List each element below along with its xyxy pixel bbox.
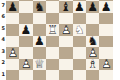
- black-piece-p-f7: ♟: [73, 1, 86, 12]
- rank-label-3: 3: [0, 49, 5, 54]
- square-a2[interactable]: [6, 59, 19, 70]
- square-b2[interactable]: ♟♙: [19, 59, 32, 70]
- black-piece-n-c7: ♞: [33, 1, 46, 12]
- chess-board: ♟♞♝♟♟♟♟♜♖♟♙♞♘♟♞♟♙♟♙♟♙♛♕♝♗♟♙: [6, 0, 113, 80]
- square-d3[interactable]: [46, 47, 59, 58]
- rank-label-2: 2: [0, 60, 5, 65]
- square-c5[interactable]: [33, 24, 46, 35]
- square-f7[interactable]: ♟: [73, 1, 86, 12]
- square-h5[interactable]: [99, 24, 112, 35]
- white-piece-R-d5: ♜♖: [46, 24, 59, 35]
- square-c1[interactable]: [33, 70, 46, 80]
- square-b5[interactable]: ♟: [19, 24, 32, 35]
- square-a1[interactable]: [6, 70, 19, 80]
- square-f4[interactable]: [73, 36, 86, 47]
- black-piece-b-e7: ♝: [59, 1, 72, 12]
- square-g5[interactable]: [86, 24, 99, 35]
- square-a3[interactable]: ♟♙: [6, 47, 19, 58]
- square-h3[interactable]: [99, 47, 112, 58]
- square-d5[interactable]: ♜♖: [46, 24, 59, 35]
- square-d6[interactable]: [46, 13, 59, 24]
- square-g2[interactable]: ♝♗: [86, 59, 99, 70]
- square-b7[interactable]: [19, 1, 32, 12]
- rank-label-6: 6: [0, 14, 5, 19]
- rank-label-7: 7: [0, 3, 5, 8]
- square-f1[interactable]: [73, 70, 86, 80]
- square-c6[interactable]: [33, 13, 46, 24]
- square-e6[interactable]: [59, 13, 72, 24]
- chess-diagram: 7654321 ♟♞♝♟♟♟♟♜♖♟♙♞♘♟♞♟♙♟♙♟♙♛♕♝♗♟♙: [0, 0, 120, 80]
- square-f2[interactable]: [73, 59, 86, 70]
- black-piece-p-c4: ♟: [33, 36, 46, 47]
- square-b4[interactable]: [19, 36, 32, 47]
- square-e1[interactable]: [59, 70, 72, 80]
- square-h1[interactable]: [99, 70, 112, 80]
- square-g1[interactable]: [86, 70, 99, 80]
- square-e2[interactable]: [59, 59, 72, 70]
- square-d7[interactable]: [46, 1, 59, 12]
- rank-label-4: 4: [0, 37, 5, 42]
- white-piece-B-g2: ♝♗: [86, 59, 99, 70]
- square-g7[interactable]: ♟: [86, 1, 99, 12]
- white-piece-N-f5: ♞♘: [73, 24, 86, 35]
- white-piece-P-b2: ♟♙: [19, 59, 32, 70]
- square-d1[interactable]: [46, 70, 59, 80]
- square-c2[interactable]: ♛♕: [33, 59, 46, 70]
- square-f5[interactable]: ♞♘: [73, 24, 86, 35]
- square-b6[interactable]: [19, 13, 32, 24]
- black-piece-n-g4: ♞: [86, 36, 99, 47]
- square-f6[interactable]: [73, 13, 86, 24]
- square-a6[interactable]: [6, 13, 19, 24]
- square-e3[interactable]: [59, 47, 72, 58]
- square-c4[interactable]: ♟: [33, 36, 46, 47]
- square-g6[interactable]: [86, 13, 99, 24]
- square-h4[interactable]: [99, 36, 112, 47]
- black-piece-p-b5: ♟: [19, 24, 32, 35]
- square-g4[interactable]: ♞: [86, 36, 99, 47]
- white-piece-Q-c2: ♛♕: [33, 59, 46, 70]
- black-piece-p-g7: ♟: [86, 1, 99, 12]
- square-b1[interactable]: [19, 70, 32, 80]
- black-piece-p-h7: ♟: [99, 1, 112, 12]
- square-e4[interactable]: [59, 36, 72, 47]
- square-h2[interactable]: ♟♙: [99, 59, 112, 70]
- square-e7[interactable]: ♝: [59, 1, 72, 12]
- square-a7[interactable]: ♟: [6, 1, 19, 12]
- square-h6[interactable]: [99, 13, 112, 24]
- square-d2[interactable]: [46, 59, 59, 70]
- rank-label-5: 5: [0, 26, 5, 31]
- square-h7[interactable]: ♟: [99, 1, 112, 12]
- square-d4[interactable]: [46, 36, 59, 47]
- white-piece-P-h2: ♟♙: [99, 59, 112, 70]
- square-c3[interactable]: [33, 47, 46, 58]
- square-b3[interactable]: [19, 47, 32, 58]
- white-piece-P-g3: ♟♙: [86, 47, 99, 58]
- white-piece-P-e5: ♟♙: [59, 24, 72, 35]
- square-c7[interactable]: ♞: [33, 1, 46, 12]
- rank-label-1: 1: [0, 72, 5, 77]
- square-f3[interactable]: [73, 47, 86, 58]
- white-piece-P-a3: ♟♙: [6, 47, 19, 58]
- square-e5[interactable]: ♟♙: [59, 24, 72, 35]
- black-piece-p-a7: ♟: [6, 1, 19, 12]
- square-g3[interactable]: ♟♙: [86, 47, 99, 58]
- square-a4[interactable]: [6, 36, 19, 47]
- square-a5[interactable]: [6, 24, 19, 35]
